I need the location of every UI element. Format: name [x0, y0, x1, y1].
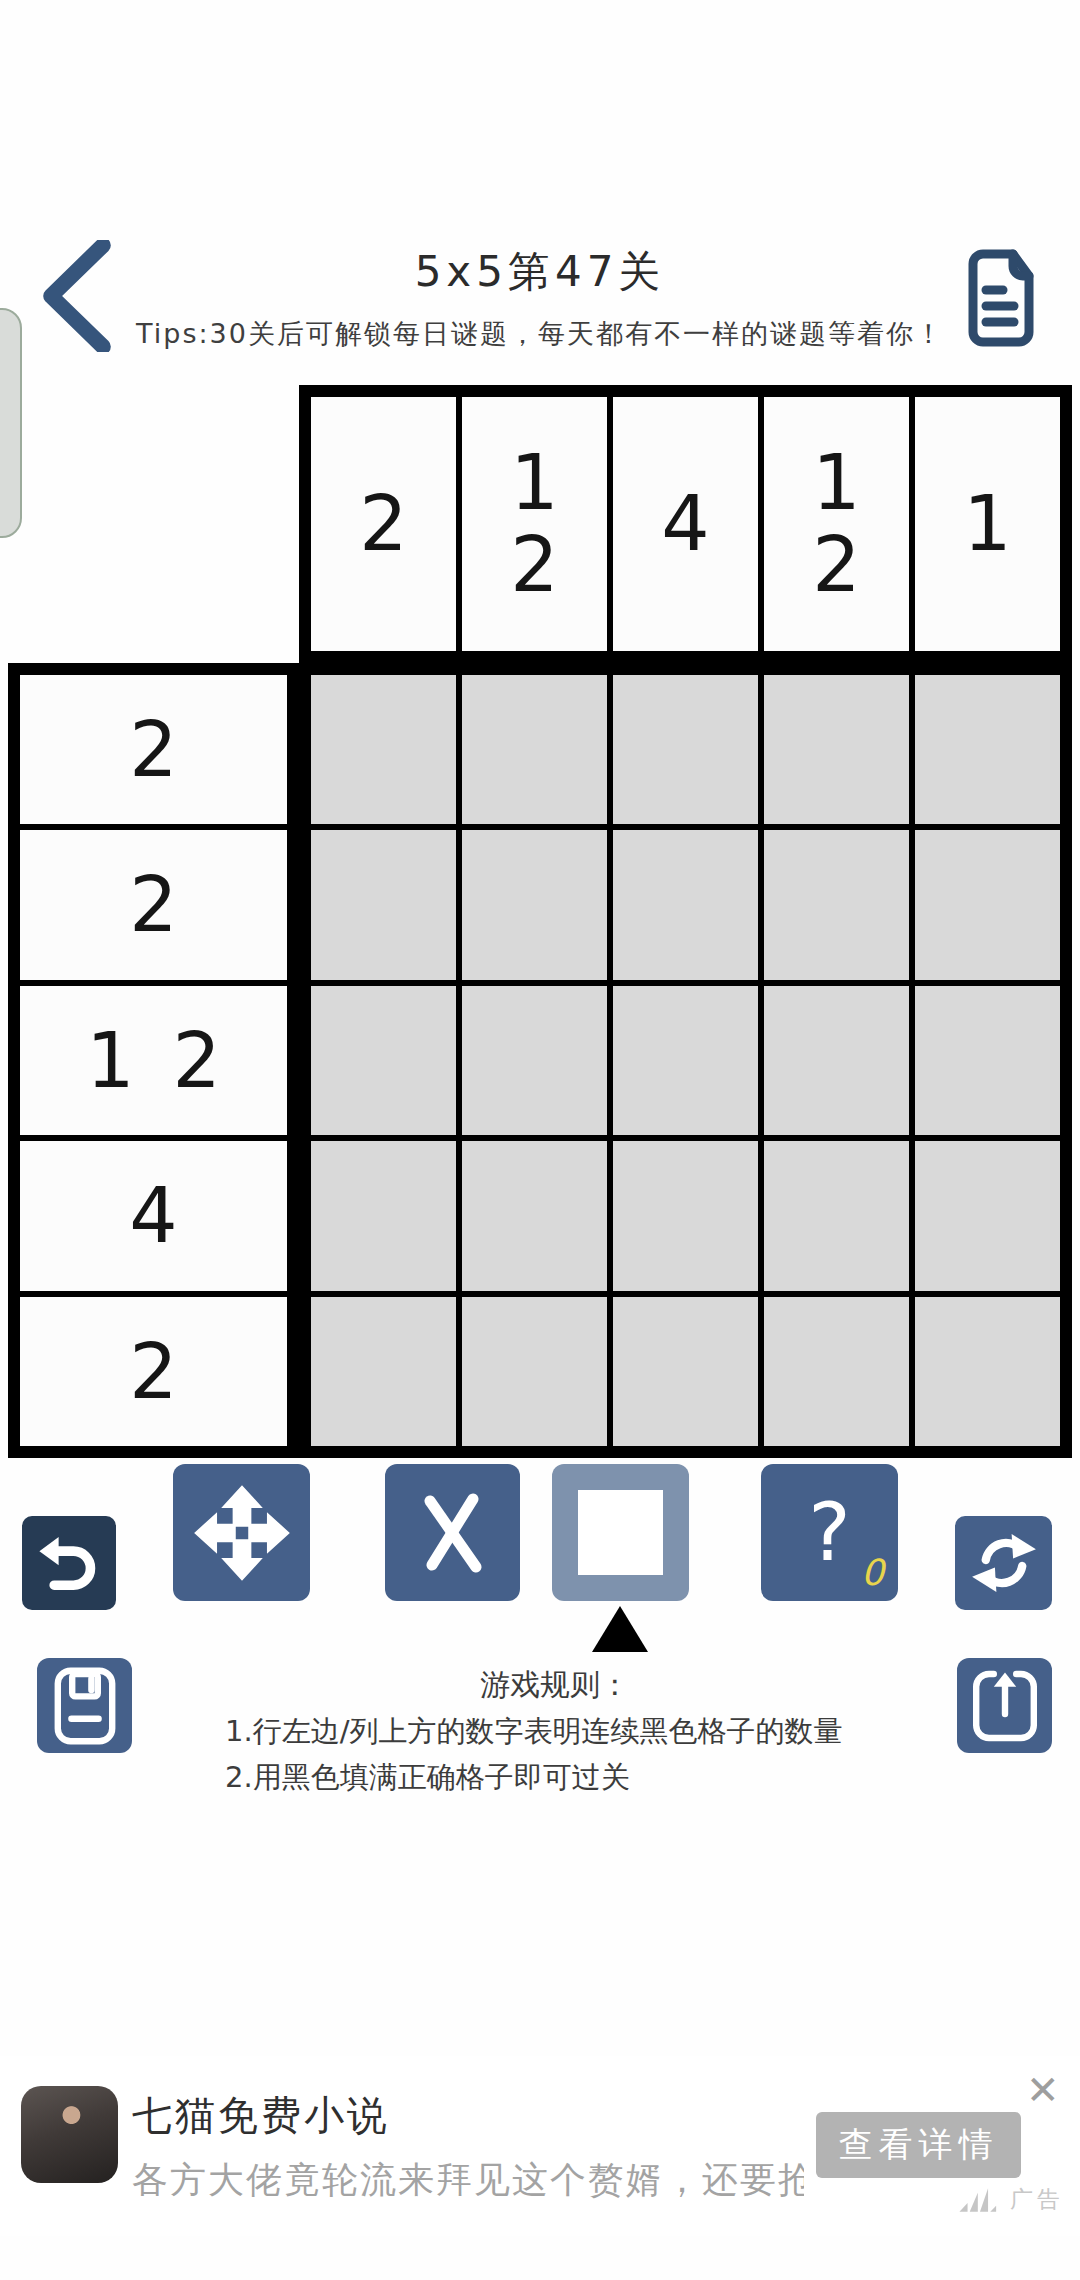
row-clue-3: 1 2: [20, 986, 287, 1135]
clue-number: 2: [510, 526, 558, 604]
rules-line-2: 2.用黑色填满正确格子即可过关: [225, 1754, 885, 1800]
cell-r4c5[interactable]: [915, 1141, 1060, 1290]
white-square-icon: [578, 1490, 663, 1575]
cell-r3c4[interactable]: [764, 986, 909, 1135]
fill-square-tool-button[interactable]: [552, 1464, 689, 1601]
clue-number: 1: [812, 444, 860, 522]
ad-banner[interactable]: 七猫免费小说 各方大佬竟轮流来拜见这个赘婿，还要抢… 查看详情 ✕ 广告: [0, 2056, 1080, 2236]
row-clue-5: 2: [20, 1297, 287, 1446]
clue-number: 2: [359, 485, 407, 563]
col-clue-5: 1: [915, 397, 1060, 651]
row-clues: 2 2 1 2 4 2: [8, 663, 299, 1458]
cell-r1c2[interactable]: [462, 675, 607, 824]
row-clue-1: 2: [20, 675, 287, 824]
col-clue-2: 1 2: [462, 397, 607, 651]
ad-cta-button[interactable]: 查看详情: [816, 2112, 1021, 2178]
hint-button[interactable]: ? 0: [761, 1464, 898, 1601]
cell-r4c4[interactable]: [764, 1141, 909, 1290]
clue-number: 1: [963, 485, 1011, 563]
tips-text: Tips:30关后可解锁每日谜题，每天都有不一样的谜题等着你！: [0, 316, 1080, 352]
undo-button[interactable]: [22, 1516, 116, 1610]
row-clue-4: 4: [20, 1141, 287, 1290]
save-button[interactable]: [37, 1658, 132, 1753]
restart-button[interactable]: [955, 1516, 1052, 1610]
cell-r3c1[interactable]: [311, 986, 456, 1135]
clue-number: 2: [129, 1333, 177, 1411]
undo-icon: [32, 1526, 106, 1600]
cell-r2c1[interactable]: [311, 830, 456, 979]
hint-count: 0: [861, 1552, 884, 1593]
clue-number: 4: [661, 485, 709, 563]
cell-r3c3[interactable]: [613, 986, 758, 1135]
clue-number: 1: [510, 444, 558, 522]
clue-number: 2: [129, 711, 177, 789]
app-screen: 5x5第47关 Tips:30关后可解锁每日谜题，每天都有不一样的谜题等着你！ …: [0, 0, 1080, 2280]
rules-heading: 游戏规则：: [225, 1662, 885, 1708]
ad-network-logo-icon: [958, 2185, 1002, 2215]
cell-r5c5[interactable]: [915, 1297, 1060, 1446]
mark-x-tool-button[interactable]: [385, 1464, 520, 1601]
side-drawer-handle[interactable]: [0, 308, 22, 538]
ad-subtitle: 各方大佬竟轮流来拜见这个赘婿，还要抢…: [132, 2156, 804, 2205]
cell-r2c5[interactable]: [915, 830, 1060, 979]
refresh-icon: [966, 1525, 1042, 1601]
ad-tag: 广告: [958, 2184, 1064, 2215]
cell-r5c4[interactable]: [764, 1297, 909, 1446]
clue-number: 2: [812, 526, 860, 604]
cell-r2c4[interactable]: [764, 830, 909, 979]
cell-r2c2[interactable]: [462, 830, 607, 979]
rules-line-1: 1.行左边/列上方的数字表明连续黑色格子的数量: [225, 1708, 885, 1754]
cell-r3c2[interactable]: [462, 986, 607, 1135]
cell-r4c2[interactable]: [462, 1141, 607, 1290]
x-icon: [403, 1483, 503, 1583]
col-clue-1: 2: [311, 397, 456, 651]
col-clue-3: 4: [613, 397, 758, 651]
cell-r2c3[interactable]: [613, 830, 758, 979]
page-title: 5x5第47关: [0, 244, 1080, 300]
column-clues: 2 1 2 4 1 2 1: [299, 385, 1072, 663]
cell-r3c5[interactable]: [915, 986, 1060, 1135]
share-upload-icon: [965, 1666, 1045, 1746]
col-clue-4: 1 2: [764, 397, 909, 651]
cell-r4c3[interactable]: [613, 1141, 758, 1290]
cell-r5c2[interactable]: [462, 1297, 607, 1446]
cell-r1c5[interactable]: [915, 675, 1060, 824]
ad-avatar: [21, 2086, 118, 2183]
ad-label: 广告: [1010, 2184, 1064, 2215]
game-rules: 游戏规则： 1.行左边/列上方的数字表明连续黑色格子的数量 2.用黑色填满正确格…: [225, 1662, 885, 1800]
clue-number: 2: [129, 866, 177, 944]
cell-r5c3[interactable]: [613, 1297, 758, 1446]
board-grid: [299, 663, 1072, 1458]
ad-close-button[interactable]: ✕: [1026, 2070, 1060, 2110]
cell-r1c3[interactable]: [613, 675, 758, 824]
clue-number: 1: [86, 1022, 134, 1100]
save-floppy-icon: [45, 1666, 125, 1746]
cell-r1c4[interactable]: [764, 675, 909, 824]
cell-r4c1[interactable]: [311, 1141, 456, 1290]
selected-tool-pointer: [592, 1606, 648, 1652]
clue-number: 2: [173, 1022, 221, 1100]
cell-r5c1[interactable]: [311, 1297, 456, 1446]
row-clue-2: 2: [20, 830, 287, 979]
ad-title: 七猫免费小说: [132, 2088, 390, 2143]
cell-r1c1[interactable]: [311, 675, 456, 824]
move-arrows-icon: [190, 1481, 294, 1585]
move-button[interactable]: [173, 1464, 310, 1601]
clue-number: 4: [129, 1177, 177, 1255]
share-button[interactable]: [957, 1658, 1052, 1753]
